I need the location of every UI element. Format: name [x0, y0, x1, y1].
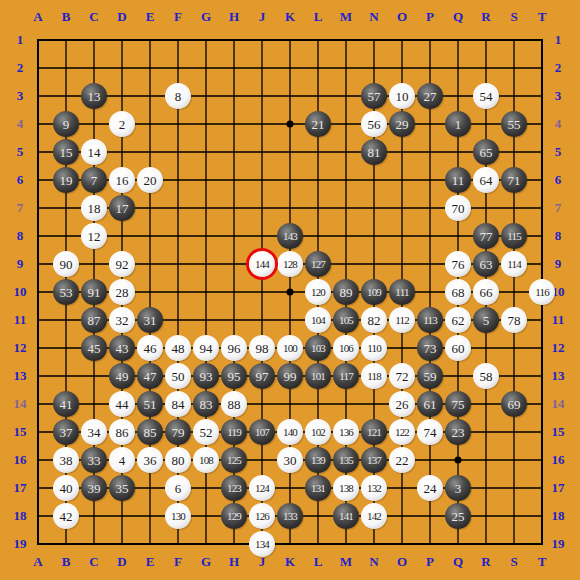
stone-Q11: 62	[445, 307, 471, 333]
stone-C10: 91	[81, 279, 107, 305]
stone-C16: 33	[81, 447, 107, 473]
goban[interactable]: 1234567891011121314151617181920212223242…	[24, 26, 556, 558]
stone-L13: 101	[305, 363, 331, 389]
move-number: 50	[172, 370, 185, 383]
col-label-top-M[interactable]: M	[340, 9, 352, 25]
col-label-top-S[interactable]: S	[510, 9, 517, 25]
stone-F17: 6	[165, 475, 191, 501]
stone-Q4: 1	[445, 111, 471, 137]
move-number: 71	[508, 174, 521, 187]
stone-L12: 103	[305, 335, 331, 361]
col-label-top-C[interactable]: C	[89, 9, 98, 25]
move-number: 110	[367, 343, 381, 354]
stone-S6: 71	[501, 167, 527, 193]
stone-Q15: 23	[445, 419, 471, 445]
move-number: 103	[311, 343, 325, 354]
move-number: 18	[88, 202, 101, 215]
move-number: 25	[452, 510, 465, 523]
stone-O14: 26	[389, 391, 415, 417]
move-number: 58	[480, 370, 493, 383]
stone-F16: 80	[165, 447, 191, 473]
stone-O13: 72	[389, 363, 415, 389]
col-label-top-J[interactable]: J	[259, 9, 266, 25]
move-number: 74	[424, 426, 437, 439]
move-number: 44	[116, 398, 129, 411]
stone-H13: 95	[221, 363, 247, 389]
move-number: 72	[396, 370, 409, 383]
move-number: 16	[116, 174, 129, 187]
stone-M10: 89	[333, 279, 359, 305]
move-number: 7	[91, 174, 98, 187]
stone-P12: 73	[417, 335, 443, 361]
stone-N13: 118	[361, 363, 387, 389]
stone-H18: 129	[221, 503, 247, 529]
move-number: 17	[116, 202, 129, 215]
stone-G13: 93	[193, 363, 219, 389]
move-number: 99	[284, 370, 297, 383]
move-number: 112	[395, 315, 409, 326]
move-number: 55	[508, 118, 521, 131]
move-number: 125	[227, 455, 241, 466]
stone-B16: 38	[53, 447, 79, 473]
move-number: 85	[144, 426, 157, 439]
stone-C7: 18	[81, 195, 107, 221]
stone-F14: 84	[165, 391, 191, 417]
move-number: 3	[455, 482, 462, 495]
move-number: 131	[311, 483, 325, 494]
move-number: 73	[424, 342, 437, 355]
move-number: 54	[480, 90, 493, 103]
move-number: 37	[60, 426, 73, 439]
stone-Q7: 70	[445, 195, 471, 221]
stone-L4: 21	[305, 111, 331, 137]
move-number: 117	[339, 371, 353, 382]
stone-G15: 52	[193, 419, 219, 445]
move-number: 20	[144, 174, 157, 187]
stone-D6: 16	[109, 167, 135, 193]
stone-R6: 64	[473, 167, 499, 193]
stone-N15: 121	[361, 419, 387, 445]
move-number: 5	[483, 314, 490, 327]
move-number: 10	[396, 90, 409, 103]
stone-G14: 83	[193, 391, 219, 417]
move-number: 134	[255, 539, 269, 550]
move-number: 77	[480, 230, 493, 243]
stone-B5: 15	[53, 139, 79, 165]
move-number: 28	[116, 286, 129, 299]
move-number: 102	[311, 427, 325, 438]
move-number: 69	[508, 398, 521, 411]
move-number: 14	[88, 146, 101, 159]
move-number: 130	[171, 511, 185, 522]
stone-G12: 94	[193, 335, 219, 361]
stone-B14: 41	[53, 391, 79, 417]
stone-N16: 137	[361, 447, 387, 473]
col-label-top-R[interactable]: R	[481, 9, 490, 25]
move-number: 136	[339, 427, 353, 438]
move-number: 142	[367, 511, 381, 522]
stone-R3: 54	[473, 83, 499, 109]
move-number: 33	[88, 454, 101, 467]
stone-O10: 111	[389, 279, 415, 305]
stone-M12: 106	[333, 335, 359, 361]
move-number: 90	[60, 258, 73, 271]
stone-H12: 96	[221, 335, 247, 361]
stone-C15: 34	[81, 419, 107, 445]
move-number: 98	[256, 342, 269, 355]
move-number: 56	[368, 118, 381, 131]
stone-M15: 136	[333, 419, 359, 445]
stone-R13: 58	[473, 363, 499, 389]
move-number: 68	[452, 286, 465, 299]
move-number: 138	[339, 483, 353, 494]
move-number: 49	[116, 370, 129, 383]
stone-D11: 32	[109, 307, 135, 333]
move-number: 132	[367, 483, 381, 494]
stone-F12: 48	[165, 335, 191, 361]
move-number: 119	[227, 427, 241, 438]
stone-J9-last-move: 144	[249, 251, 275, 277]
move-number: 118	[367, 371, 381, 382]
stone-C8: 12	[81, 223, 107, 249]
move-number: 35	[116, 482, 129, 495]
move-number: 1	[455, 118, 462, 131]
stone-N18: 142	[361, 503, 387, 529]
stone-L17: 131	[305, 475, 331, 501]
stone-D17: 35	[109, 475, 135, 501]
move-number: 83	[200, 398, 213, 411]
move-number: 91	[88, 286, 101, 299]
move-number: 46	[144, 342, 157, 355]
move-number: 23	[452, 426, 465, 439]
col-label-top-T[interactable]: T	[538, 9, 547, 25]
move-number: 31	[144, 314, 157, 327]
stone-B17: 40	[53, 475, 79, 501]
move-number: 21	[312, 118, 325, 131]
stone-E15: 85	[137, 419, 163, 445]
move-number: 78	[508, 314, 521, 327]
move-number: 106	[339, 343, 353, 354]
move-number: 62	[452, 314, 465, 327]
move-number: 45	[88, 342, 101, 355]
move-number: 114	[507, 259, 521, 270]
row-label-left-8[interactable]: 8	[17, 228, 24, 244]
stone-R10: 66	[473, 279, 499, 305]
stone-C12: 45	[81, 335, 107, 361]
stone-H17: 123	[221, 475, 247, 501]
move-number: 13	[88, 90, 101, 103]
stone-R9: 63	[473, 251, 499, 277]
stone-G16: 108	[193, 447, 219, 473]
move-number: 70	[452, 202, 465, 215]
move-number: 128	[283, 259, 297, 270]
stone-J18: 126	[249, 503, 275, 529]
stone-O16: 22	[389, 447, 415, 473]
move-number: 38	[60, 454, 73, 467]
stone-F15: 79	[165, 419, 191, 445]
move-number: 52	[200, 426, 213, 439]
stone-E12: 46	[137, 335, 163, 361]
col-label-top-H[interactable]: H	[229, 9, 239, 25]
stone-L16: 139	[305, 447, 331, 473]
col-label-top-L[interactable]: L	[314, 9, 323, 25]
move-number: 123	[227, 483, 241, 494]
move-number: 11	[452, 174, 465, 187]
stone-N5: 81	[361, 139, 387, 165]
stone-R8: 77	[473, 223, 499, 249]
col-label-top-E[interactable]: E	[146, 9, 155, 25]
stone-H14: 88	[221, 391, 247, 417]
stone-F3: 8	[165, 83, 191, 109]
stone-P13: 59	[417, 363, 443, 389]
move-number: 6	[175, 482, 182, 495]
move-number: 95	[228, 370, 241, 383]
move-number: 124	[255, 483, 269, 494]
col-label-top-O[interactable]: O	[397, 9, 407, 25]
move-number: 115	[507, 231, 521, 242]
stone-F13: 50	[165, 363, 191, 389]
move-number: 139	[311, 455, 325, 466]
move-number: 126	[255, 511, 269, 522]
col-label-top-G[interactable]: G	[201, 9, 211, 25]
move-number: 42	[60, 510, 73, 523]
move-number: 51	[144, 398, 157, 411]
move-number: 129	[227, 511, 241, 522]
stone-N11: 82	[361, 307, 387, 333]
row-label-left-1[interactable]: 1	[17, 32, 24, 48]
move-number: 140	[283, 427, 297, 438]
move-number: 53	[60, 286, 73, 299]
move-number: 79	[172, 426, 185, 439]
move-number: 141	[339, 511, 353, 522]
stone-N10: 109	[361, 279, 387, 305]
stone-J17: 124	[249, 475, 275, 501]
stone-J13: 97	[249, 363, 275, 389]
move-number: 24	[424, 482, 437, 495]
move-number: 104	[311, 315, 325, 326]
star-point-Q16	[455, 457, 462, 464]
stone-M13: 117	[333, 363, 359, 389]
row-label-left-5[interactable]: 5	[17, 144, 24, 160]
row-label-left-2[interactable]: 2	[17, 60, 24, 76]
stone-R11: 5	[473, 307, 499, 333]
stone-M17: 138	[333, 475, 359, 501]
move-number: 87	[88, 314, 101, 327]
move-number: 30	[284, 454, 297, 467]
stone-C6: 7	[81, 167, 107, 193]
stone-D15: 86	[109, 419, 135, 445]
move-number: 101	[311, 371, 325, 382]
move-number: 61	[424, 398, 437, 411]
row-label-left-6[interactable]: 6	[17, 172, 24, 188]
stone-C11: 87	[81, 307, 107, 333]
move-number: 97	[256, 370, 269, 383]
move-number: 76	[452, 258, 465, 271]
move-number: 36	[144, 454, 157, 467]
row-label-left-7[interactable]: 7	[17, 200, 24, 216]
move-number: 84	[172, 398, 185, 411]
row-label-left-4[interactable]: 4	[17, 116, 24, 132]
stone-M18: 141	[333, 503, 359, 529]
move-number: 133	[283, 511, 297, 522]
move-number: 40	[60, 482, 73, 495]
move-number: 82	[368, 314, 381, 327]
stone-J19: 134	[249, 531, 275, 557]
stone-N12: 110	[361, 335, 387, 361]
stone-P14: 61	[417, 391, 443, 417]
move-number: 116	[535, 287, 549, 298]
move-number: 39	[88, 482, 101, 495]
stone-E13: 47	[137, 363, 163, 389]
stone-E16: 36	[137, 447, 163, 473]
move-number: 4	[119, 454, 126, 467]
stone-K16: 30	[277, 447, 303, 473]
stone-P15: 74	[417, 419, 443, 445]
move-number: 143	[283, 231, 297, 242]
move-number: 59	[424, 370, 437, 383]
stone-B15: 37	[53, 419, 79, 445]
move-number: 47	[144, 370, 157, 383]
move-number: 86	[116, 426, 129, 439]
move-number: 92	[116, 258, 129, 271]
move-number: 144	[255, 259, 269, 270]
stone-K13: 99	[277, 363, 303, 389]
stone-Q14: 75	[445, 391, 471, 417]
move-number: 111	[395, 287, 408, 298]
stone-P3: 27	[417, 83, 443, 109]
col-label-top-F[interactable]: F	[174, 9, 182, 25]
move-number: 64	[480, 174, 493, 187]
col-label-top-A[interactable]: A	[33, 9, 42, 25]
stone-K18: 133	[277, 503, 303, 529]
stone-D12: 43	[109, 335, 135, 361]
move-number: 108	[199, 455, 213, 466]
move-number: 121	[367, 427, 381, 438]
stone-M16: 135	[333, 447, 359, 473]
col-label-top-B[interactable]: B	[62, 9, 71, 25]
move-number: 8	[175, 90, 182, 103]
stone-Q10: 68	[445, 279, 471, 305]
move-number: 9	[63, 118, 70, 131]
move-number: 66	[480, 286, 493, 299]
stone-L15: 102	[305, 419, 331, 445]
stone-S4: 55	[501, 111, 527, 137]
move-number: 120	[311, 287, 325, 298]
stone-Q6: 11	[445, 167, 471, 193]
stone-O3: 10	[389, 83, 415, 109]
stone-S11: 78	[501, 307, 527, 333]
stone-B10: 53	[53, 279, 79, 305]
move-number: 29	[396, 118, 409, 131]
move-number: 127	[311, 259, 325, 270]
stone-Q12: 60	[445, 335, 471, 361]
stone-S14: 69	[501, 391, 527, 417]
move-number: 26	[396, 398, 409, 411]
stone-P17: 24	[417, 475, 443, 501]
move-number: 57	[368, 90, 381, 103]
stone-L11: 104	[305, 307, 331, 333]
move-number: 81	[368, 146, 381, 159]
move-number: 80	[172, 454, 185, 467]
row-label-left-3[interactable]: 3	[17, 88, 24, 104]
stone-Q9: 76	[445, 251, 471, 277]
move-number: 105	[339, 315, 353, 326]
stone-Q17: 3	[445, 475, 471, 501]
move-number: 60	[452, 342, 465, 355]
move-number: 43	[116, 342, 129, 355]
stone-N4: 56	[361, 111, 387, 137]
stone-K8: 143	[277, 223, 303, 249]
stone-F18: 130	[165, 503, 191, 529]
stone-C3: 13	[81, 83, 107, 109]
stone-E11: 31	[137, 307, 163, 333]
stone-N3: 57	[361, 83, 387, 109]
move-number: 41	[60, 398, 73, 411]
stone-B18: 42	[53, 503, 79, 529]
stone-B6: 19	[53, 167, 79, 193]
move-number: 88	[228, 398, 241, 411]
move-number: 93	[200, 370, 213, 383]
stone-C5: 14	[81, 139, 107, 165]
move-number: 122	[395, 427, 409, 438]
stone-L9: 127	[305, 251, 331, 277]
stone-K12: 100	[277, 335, 303, 361]
move-number: 89	[340, 286, 353, 299]
move-number: 75	[452, 398, 465, 411]
stone-M11: 105	[333, 307, 359, 333]
move-number: 32	[116, 314, 129, 327]
col-label-top-Q[interactable]: Q	[453, 9, 463, 25]
col-label-top-N[interactable]: N	[369, 9, 378, 25]
move-number: 113	[423, 315, 437, 326]
stone-D16: 4	[109, 447, 135, 473]
stone-O11: 112	[389, 307, 415, 333]
stone-E14: 51	[137, 391, 163, 417]
col-label-top-K[interactable]: K	[285, 9, 295, 25]
move-number: 63	[480, 258, 493, 271]
stone-B9: 90	[53, 251, 79, 277]
move-number: 12	[88, 230, 101, 243]
stone-B4: 9	[53, 111, 79, 137]
stone-R5: 65	[473, 139, 499, 165]
stone-H15: 119	[221, 419, 247, 445]
stone-J12: 98	[249, 335, 275, 361]
move-number: 48	[172, 342, 185, 355]
stone-N17: 132	[361, 475, 387, 501]
col-label-top-D[interactable]: D	[117, 9, 126, 25]
stone-C17: 39	[81, 475, 107, 501]
stone-T10: 116	[529, 279, 555, 305]
stone-K9: 128	[277, 251, 303, 277]
move-number: 100	[283, 343, 297, 354]
move-number: 22	[396, 454, 409, 467]
move-number: 27	[424, 90, 437, 103]
stone-E6: 20	[137, 167, 163, 193]
move-number: 94	[200, 342, 213, 355]
stone-Q18: 25	[445, 503, 471, 529]
move-number: 65	[480, 146, 493, 159]
move-number: 2	[119, 118, 126, 131]
col-label-top-P[interactable]: P	[426, 9, 434, 25]
star-point-K10	[287, 289, 294, 296]
stone-D7: 17	[109, 195, 135, 221]
stone-D14: 44	[109, 391, 135, 417]
stone-H16: 125	[221, 447, 247, 473]
stone-P11: 113	[417, 307, 443, 333]
row-label-left-9[interactable]: 9	[17, 256, 24, 272]
stone-J15: 107	[249, 419, 275, 445]
stone-D13: 49	[109, 363, 135, 389]
